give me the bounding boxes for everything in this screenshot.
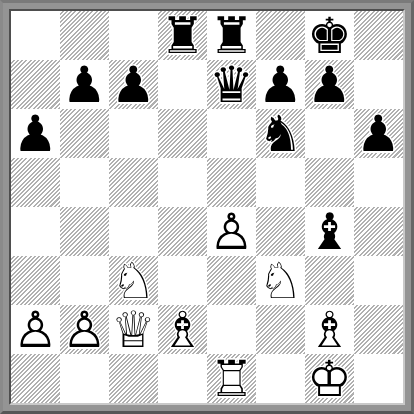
- bishop-white-outline-glyph: ♗: [305, 305, 354, 354]
- square-a6[interactable]: ♟: [11, 109, 60, 158]
- pawn-black-glyph: ♟: [256, 60, 305, 109]
- bishop-black-glyph: ♝: [305, 207, 354, 256]
- board-frame: ♜♜♚♟♟♛♟♟♟♞♟♟♙♝♞♘♞♘♟♙♟♙♛♕♝♗♝♗♜♖♚♔: [0, 0, 414, 414]
- square-d4[interactable]: [158, 207, 207, 256]
- piece-white-pawn: ♟♙: [11, 305, 60, 354]
- piece-white-bishop: ♝♗: [305, 305, 354, 354]
- square-h4[interactable]: [354, 207, 403, 256]
- square-f2[interactable]: [256, 305, 305, 354]
- square-f6[interactable]: ♞: [256, 109, 305, 158]
- piece-white-pawn: ♟♙: [60, 305, 109, 354]
- piece-black-knight: ♞: [256, 109, 305, 158]
- square-d2[interactable]: ♝♗: [158, 305, 207, 354]
- piece-black-pawn: ♟: [60, 60, 109, 109]
- square-g7[interactable]: ♟: [305, 60, 354, 109]
- square-e7[interactable]: ♛: [207, 60, 256, 109]
- piece-white-pawn: ♟♙: [207, 207, 256, 256]
- pawn-white-outline-glyph: ♙: [60, 305, 109, 354]
- square-h1[interactable]: [354, 354, 403, 403]
- piece-white-king: ♚♔: [305, 354, 354, 403]
- square-f5[interactable]: [256, 158, 305, 207]
- piece-white-knight: ♞♘: [109, 256, 158, 305]
- square-g8[interactable]: ♚: [305, 11, 354, 60]
- square-a1[interactable]: [11, 354, 60, 403]
- square-b5[interactable]: [60, 158, 109, 207]
- square-h7[interactable]: [354, 60, 403, 109]
- pawn-black-glyph: ♟: [11, 109, 60, 158]
- king-white-outline-glyph: ♔: [305, 354, 354, 403]
- square-f8[interactable]: [256, 11, 305, 60]
- square-b1[interactable]: [60, 354, 109, 403]
- square-g3[interactable]: [305, 256, 354, 305]
- square-g2[interactable]: ♝♗: [305, 305, 354, 354]
- pawn-white-outline-glyph: ♙: [11, 305, 60, 354]
- square-g4[interactable]: ♝: [305, 207, 354, 256]
- piece-black-pawn: ♟: [256, 60, 305, 109]
- square-b8[interactable]: [60, 11, 109, 60]
- square-d3[interactable]: [158, 256, 207, 305]
- square-f7[interactable]: ♟: [256, 60, 305, 109]
- square-c3[interactable]: ♞♘: [109, 256, 158, 305]
- piece-black-pawn: ♟: [11, 109, 60, 158]
- square-a5[interactable]: [11, 158, 60, 207]
- piece-black-bishop: ♝: [305, 207, 354, 256]
- square-b7[interactable]: ♟: [60, 60, 109, 109]
- square-f3[interactable]: ♞♘: [256, 256, 305, 305]
- pawn-black-glyph: ♟: [109, 60, 158, 109]
- knight-black-glyph: ♞: [256, 109, 305, 158]
- square-h8[interactable]: [354, 11, 403, 60]
- square-c1[interactable]: [109, 354, 158, 403]
- square-b2[interactable]: ♟♙: [60, 305, 109, 354]
- square-g6[interactable]: [305, 109, 354, 158]
- pawn-black-glyph: ♟: [60, 60, 109, 109]
- square-c4[interactable]: [109, 207, 158, 256]
- square-c2[interactable]: ♛♕: [109, 305, 158, 354]
- rook-black-glyph: ♜: [158, 11, 207, 60]
- knight-white-outline-glyph: ♘: [109, 256, 158, 305]
- square-f1[interactable]: [256, 354, 305, 403]
- square-e5[interactable]: [207, 158, 256, 207]
- piece-black-pawn: ♟: [109, 60, 158, 109]
- square-e3[interactable]: [207, 256, 256, 305]
- chess-board: ♜♜♚♟♟♛♟♟♟♞♟♟♙♝♞♘♞♘♟♙♟♙♛♕♝♗♝♗♜♖♚♔: [9, 9, 405, 405]
- piece-black-queen: ♛: [207, 60, 256, 109]
- square-a4[interactable]: [11, 207, 60, 256]
- piece-white-queen: ♛♕: [109, 305, 158, 354]
- piece-black-pawn: ♟: [354, 109, 403, 158]
- piece-black-rook: ♜: [158, 11, 207, 60]
- king-black-glyph: ♚: [305, 11, 354, 60]
- bishop-white-outline-glyph: ♗: [158, 305, 207, 354]
- square-e4[interactable]: ♟♙: [207, 207, 256, 256]
- piece-white-knight: ♞♘: [256, 256, 305, 305]
- pawn-black-glyph: ♟: [305, 60, 354, 109]
- piece-black-king: ♚: [305, 11, 354, 60]
- pawn-black-glyph: ♟: [354, 109, 403, 158]
- square-d8[interactable]: ♜: [158, 11, 207, 60]
- queen-white-outline-glyph: ♕: [109, 305, 158, 354]
- piece-white-rook: ♜♖: [207, 354, 256, 403]
- square-b6[interactable]: [60, 109, 109, 158]
- square-h5[interactable]: [354, 158, 403, 207]
- square-h3[interactable]: [354, 256, 403, 305]
- square-g5[interactable]: [305, 158, 354, 207]
- square-f4[interactable]: [256, 207, 305, 256]
- square-a2[interactable]: ♟♙: [11, 305, 60, 354]
- square-e6[interactable]: [207, 109, 256, 158]
- square-b4[interactable]: [60, 207, 109, 256]
- square-a8[interactable]: [11, 11, 60, 60]
- square-d5[interactable]: [158, 158, 207, 207]
- square-b3[interactable]: [60, 256, 109, 305]
- square-c8[interactable]: [109, 11, 158, 60]
- square-e1[interactable]: ♜♖: [207, 354, 256, 403]
- square-c6[interactable]: [109, 109, 158, 158]
- square-h6[interactable]: ♟: [354, 109, 403, 158]
- square-e8[interactable]: ♜: [207, 11, 256, 60]
- rook-black-glyph: ♜: [207, 11, 256, 60]
- square-d1[interactable]: [158, 354, 207, 403]
- pawn-white-outline-glyph: ♙: [207, 207, 256, 256]
- square-c7[interactable]: ♟: [109, 60, 158, 109]
- square-g1[interactable]: ♚♔: [305, 354, 354, 403]
- square-c5[interactable]: [109, 158, 158, 207]
- knight-white-outline-glyph: ♘: [256, 256, 305, 305]
- square-a7[interactable]: [11, 60, 60, 109]
- square-d7[interactable]: [158, 60, 207, 109]
- square-e2[interactable]: [207, 305, 256, 354]
- square-h2[interactable]: [354, 305, 403, 354]
- rook-white-outline-glyph: ♖: [207, 354, 256, 403]
- square-a3[interactable]: [11, 256, 60, 305]
- square-d6[interactable]: [158, 109, 207, 158]
- piece-black-rook: ♜: [207, 11, 256, 60]
- piece-black-pawn: ♟: [305, 60, 354, 109]
- queen-black-glyph: ♛: [207, 60, 256, 109]
- piece-white-bishop: ♝♗: [158, 305, 207, 354]
